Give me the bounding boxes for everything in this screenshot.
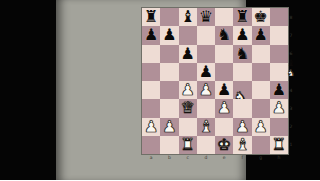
rank-labels: 87654321 (290, 8, 296, 154)
square-c2 (179, 118, 197, 136)
square-h2 (270, 118, 288, 136)
black-knight: ♞ (233, 45, 251, 63)
black-pawn: ♟ (179, 45, 197, 63)
square-a1 (142, 136, 160, 154)
chess-board: ♜♝♛♜♚♟♟♞♟♟♟♞♟♟♟♟♞♟♛♟♟♟♟♝♟♟♜♚♝♜ (142, 8, 288, 154)
black-pawn: ♟ (252, 26, 270, 44)
square-c1: ♜ (179, 136, 197, 154)
black-bishop: ♝ (179, 8, 197, 26)
square-e7: ♞ (215, 26, 233, 44)
white-queen: ♛ (179, 99, 197, 117)
white-pawn: ♟ (197, 81, 215, 99)
black-pawn: ♟ (197, 63, 215, 81)
square-d3 (197, 99, 215, 117)
black-rook: ♜ (233, 8, 251, 26)
captured-white-knight-icon: ♞ (287, 69, 295, 79)
square-c3: ♛ (179, 99, 197, 117)
square-g7: ♟ (252, 26, 270, 44)
square-g3 (252, 99, 270, 117)
black-rook: ♜ (142, 8, 160, 26)
square-d4: ♟ (197, 81, 215, 99)
letterbox-left (0, 0, 56, 180)
black-pawn: ♟ (160, 26, 178, 44)
white-pawn: ♟ (142, 118, 160, 136)
white-rook: ♜ (179, 136, 197, 154)
white-pawn: ♟ (252, 118, 270, 136)
white-pawn: ♟ (160, 118, 178, 136)
black-king: ♚ (252, 8, 270, 26)
square-f4: ♞ (233, 81, 251, 99)
rank-label-4: 4 (290, 81, 296, 99)
rank-label-7: 7 (290, 26, 296, 44)
square-g1 (252, 136, 270, 154)
square-f2: ♟ (233, 118, 251, 136)
video-frame: ♜♝♛♜♚♟♟♞♟♟♟♞♟♟♟♟♞♟♛♟♟♟♟♝♟♟♜♚♝♜ abcdefgh … (0, 0, 320, 180)
square-b5 (160, 63, 178, 81)
square-h4: ♟ (270, 81, 288, 99)
square-h5 (270, 63, 288, 81)
white-pawn: ♟ (270, 99, 288, 117)
square-d1 (197, 136, 215, 154)
white-bishop: ♝ (233, 136, 251, 154)
square-b4 (160, 81, 178, 99)
square-e3: ♟ (215, 99, 233, 117)
rank-label-1: 1 (290, 136, 296, 154)
black-pawn: ♟ (270, 81, 288, 99)
square-f3 (233, 99, 251, 117)
square-f7: ♟ (233, 26, 251, 44)
square-d6 (197, 45, 215, 63)
square-b6 (160, 45, 178, 63)
square-d8: ♛ (197, 8, 215, 26)
rank-label-8: 8 (290, 8, 296, 26)
square-d5: ♟ (197, 63, 215, 81)
square-a2: ♟ (142, 118, 160, 136)
square-b1 (160, 136, 178, 154)
square-e4: ♟ (215, 81, 233, 99)
black-pawn: ♟ (233, 26, 251, 44)
square-f8: ♜ (233, 8, 251, 26)
square-b2: ♟ (160, 118, 178, 136)
square-f5 (233, 63, 251, 81)
white-pawn: ♟ (215, 99, 233, 117)
square-h1: ♜ (270, 136, 288, 154)
white-king: ♚ (215, 136, 233, 154)
square-e2 (215, 118, 233, 136)
captured-pieces-tray: ♝♞ (287, 59, 299, 78)
black-pawn: ♟ (215, 81, 233, 99)
square-h3: ♟ (270, 99, 288, 117)
square-g5 (252, 63, 270, 81)
rank-label-3: 3 (290, 99, 296, 117)
white-pawn: ♟ (179, 81, 197, 99)
black-pawn: ♟ (142, 26, 160, 44)
square-d2: ♝ (197, 118, 215, 136)
black-knight: ♞ (215, 26, 233, 44)
square-c5 (179, 63, 197, 81)
square-d7 (197, 26, 215, 44)
square-a3 (142, 99, 160, 117)
square-g6 (252, 45, 270, 63)
square-c8: ♝ (179, 8, 197, 26)
game-caption: Svane, Frederik (2641) - Mamedov, Alexa … (112, 159, 302, 181)
square-h7 (270, 26, 288, 44)
square-e5 (215, 63, 233, 81)
square-a8: ♜ (142, 8, 160, 26)
square-b3 (160, 99, 178, 117)
square-h6 (270, 45, 288, 63)
square-e8 (215, 8, 233, 26)
square-h8 (270, 8, 288, 26)
square-c4: ♟ (179, 81, 197, 99)
square-g8: ♚ (252, 8, 270, 26)
rank-label-2: 2 (290, 118, 296, 136)
square-e6 (215, 45, 233, 63)
white-pawn: ♟ (233, 118, 251, 136)
square-f1: ♝ (233, 136, 251, 154)
white-bishop: ♝ (197, 118, 215, 136)
square-a4 (142, 81, 160, 99)
square-a7: ♟ (142, 26, 160, 44)
black-queen: ♛ (197, 8, 215, 26)
square-c7 (179, 26, 197, 44)
square-b8 (160, 8, 178, 26)
square-f6: ♞ (233, 45, 251, 63)
board-panel: ♜♝♛♜♚♟♟♞♟♟♟♞♟♟♟♟♞♟♛♟♟♟♟♝♟♟♜♚♝♜ abcdefgh … (56, 0, 246, 180)
square-b7: ♟ (160, 26, 178, 44)
white-rook: ♜ (270, 136, 288, 154)
square-c6: ♟ (179, 45, 197, 63)
square-a5 (142, 63, 160, 81)
square-e1: ♚ (215, 136, 233, 154)
square-a6 (142, 45, 160, 63)
square-g2: ♟ (252, 118, 270, 136)
square-g4 (252, 81, 270, 99)
